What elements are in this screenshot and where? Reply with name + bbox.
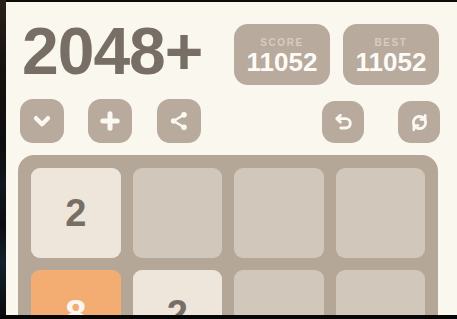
score-value: 11052 — [247, 49, 318, 75]
cell-r2c3 — [234, 270, 324, 319]
restart-button[interactable] — [398, 101, 440, 143]
board[interactable]: 282 — [18, 155, 438, 319]
undo-icon — [332, 111, 355, 134]
tile-2: 2 — [31, 168, 121, 258]
share-icon — [167, 109, 191, 133]
best-box: BEST 11052 — [343, 24, 439, 85]
best-label: BEST — [374, 37, 407, 48]
score-box: SCORE 11052 — [234, 24, 330, 85]
undo-button[interactable] — [322, 101, 364, 143]
restart-icon — [408, 111, 431, 134]
cell-r1c2 — [133, 168, 223, 258]
cell-r2c1: 8 — [31, 270, 121, 319]
plus-icon — [98, 109, 122, 133]
score-label: SCORE — [260, 37, 304, 48]
cell-r2c4 — [336, 270, 426, 319]
chevron-down-icon — [30, 109, 54, 133]
collapse-button[interactable] — [20, 99, 64, 143]
cell-r1c1: 2 — [31, 168, 121, 258]
cell-r1c4 — [336, 168, 426, 258]
top-edge-line — [0, 0, 457, 2]
cell-r1c3 — [234, 168, 324, 258]
desktop-edge-strip — [0, 0, 6, 319]
bottom-edge-line — [0, 315, 457, 319]
cell-r2c2: 2 — [133, 270, 223, 319]
tile-8: 8 — [31, 270, 121, 319]
page-title: 2048+ — [22, 24, 202, 78]
best-value: 11052 — [356, 49, 427, 75]
tile-2: 2 — [133, 270, 223, 319]
add-button[interactable] — [88, 99, 132, 143]
share-button[interactable] — [157, 99, 201, 143]
app-window: 2048+ SCORE 11052 BEST 11052 — [0, 0, 457, 319]
